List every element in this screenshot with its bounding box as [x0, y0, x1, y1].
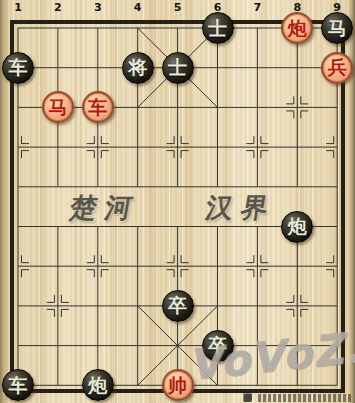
river-label-chuhe: 楚河 — [67, 190, 143, 226]
watermark-small-caption — [258, 394, 352, 402]
watermark-site-icon — [243, 393, 252, 402]
column-label-5: 5 — [171, 1, 185, 14]
column-label-4: 4 — [131, 1, 145, 14]
piece-black-soldier[interactable]: 卒 — [162, 290, 194, 322]
piece-red-chariot[interactable]: 车 — [82, 91, 114, 123]
column-label-2: 2 — [51, 1, 65, 14]
piece-red-soldier[interactable]: 兵 — [321, 52, 353, 84]
piece-black-cannon[interactable]: 炮 — [281, 211, 313, 243]
xiangqi-board: 123456789 楚河 汉界 士炮马车将士兵马车炮卒卒车炮帅 VoVoZ.. — [0, 0, 355, 403]
piece-black-cannon[interactable]: 炮 — [82, 369, 114, 401]
column-label-1: 1 — [11, 1, 25, 14]
piece-black-horse[interactable]: 马 — [321, 12, 353, 44]
piece-black-general[interactable]: 将 — [122, 52, 154, 84]
river-label-hanjie: 汉界 — [203, 190, 279, 226]
piece-black-advisor[interactable]: 士 — [202, 12, 234, 44]
piece-black-chariot[interactable]: 车 — [2, 52, 34, 84]
piece-black-advisor[interactable]: 士 — [162, 52, 194, 84]
column-label-7: 7 — [250, 1, 264, 14]
column-label-3: 3 — [91, 1, 105, 14]
